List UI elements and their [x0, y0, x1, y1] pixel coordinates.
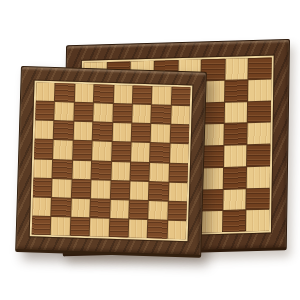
front-board-square-f2	[129, 200, 148, 219]
front-board-square-f8	[133, 86, 152, 105]
front-board-square-h7	[171, 106, 190, 125]
front-board-square-f5	[131, 143, 150, 162]
back-board-square-h7	[248, 79, 271, 100]
front-board-square-g7	[152, 105, 171, 124]
front-board-square-a5	[34, 140, 53, 159]
front-board-square-e6	[112, 123, 131, 142]
front-board-square-e8	[113, 85, 132, 104]
front-board-square-d6	[93, 123, 112, 142]
front-board-square-h5	[170, 144, 189, 163]
back-board-square-f1	[199, 211, 222, 232]
front-board-square-a7	[35, 102, 54, 121]
front-board-square-e3	[110, 181, 129, 200]
back-board-square-g4	[224, 145, 247, 166]
front-board-square-b8	[55, 83, 74, 102]
front-board-square-g1	[148, 220, 167, 239]
front-board-square-g4	[150, 163, 169, 182]
front-board-square-c7	[74, 103, 93, 122]
back-board-square-g6	[224, 102, 247, 123]
product-photo-scene	[0, 0, 300, 300]
back-board-square-h2	[247, 188, 270, 209]
front-board-square-f3	[130, 181, 149, 200]
back-board-square-g1	[223, 211, 246, 232]
front-board-square-e5	[112, 142, 131, 161]
front-board-square-a8	[36, 82, 55, 101]
back-board-square-h6	[248, 101, 271, 122]
front-board-square-h8	[171, 87, 190, 106]
front-board-square-h4	[169, 163, 188, 182]
front-board-square-g5	[150, 143, 169, 162]
back-board-square-h4	[247, 145, 270, 166]
front-board-square-c4	[72, 160, 91, 179]
front-board-square-c8	[75, 84, 94, 103]
front-board-square-c2	[71, 198, 90, 217]
front-board-square-c3	[72, 179, 91, 198]
back-board-square-g3	[223, 167, 246, 188]
front-board-square-d3	[91, 180, 110, 199]
front-board-square-b5	[53, 140, 72, 159]
front-board-square-d5	[92, 142, 111, 161]
front-board-square-a3	[33, 178, 52, 197]
front-board-square-a6	[35, 121, 54, 140]
front-board-square-f6	[132, 124, 151, 143]
front-board-square-e4	[111, 161, 130, 180]
front-board-square-b3	[52, 179, 71, 198]
front-chessboard-playfield	[30, 80, 193, 241]
front-board-square-g2	[149, 201, 168, 220]
front-board-square-e1	[109, 219, 128, 238]
front-board-square-d2	[90, 199, 109, 218]
back-board-square-g5	[224, 123, 247, 144]
back-board-square-g8	[225, 58, 248, 79]
front-board-square-b1	[51, 217, 70, 236]
front-board-square-d4	[92, 161, 111, 180]
front-board-square-c6	[73, 122, 92, 141]
back-board-square-g7	[225, 80, 248, 101]
front-board-square-a1	[32, 216, 51, 235]
front-board-square-d7	[93, 103, 112, 122]
front-board-square-e2	[110, 200, 129, 219]
front-board-square-h2	[168, 201, 187, 220]
front-board-square-g6	[151, 124, 170, 143]
front-board-square-b7	[55, 102, 74, 121]
front-board-square-b2	[52, 198, 71, 217]
front-board-square-d1	[90, 218, 109, 237]
front-board-square-g3	[149, 182, 168, 201]
front-board-square-g8	[152, 86, 171, 105]
front-board-square-e7	[113, 104, 132, 123]
front-board-square-a2	[32, 197, 51, 216]
back-board-square-g2	[223, 189, 246, 210]
back-board-square-h3	[247, 166, 270, 187]
front-board-square-d8	[94, 84, 113, 103]
front-chessboard	[15, 66, 207, 258]
front-board-square-h6	[170, 125, 189, 144]
front-board-square-b6	[54, 121, 73, 140]
front-board-square-h1	[167, 221, 186, 240]
front-board-square-f7	[132, 105, 151, 124]
front-board-square-f4	[130, 162, 149, 181]
front-board-square-f1	[129, 219, 148, 238]
front-board-square-b4	[53, 160, 72, 179]
back-board-square-h1	[246, 210, 269, 231]
front-board-square-c1	[70, 218, 89, 237]
back-board-square-h5	[248, 123, 271, 144]
front-board-square-h3	[168, 182, 187, 201]
back-board-square-h8	[249, 58, 272, 79]
front-board-square-a4	[34, 159, 53, 178]
front-board-square-c5	[73, 141, 92, 160]
